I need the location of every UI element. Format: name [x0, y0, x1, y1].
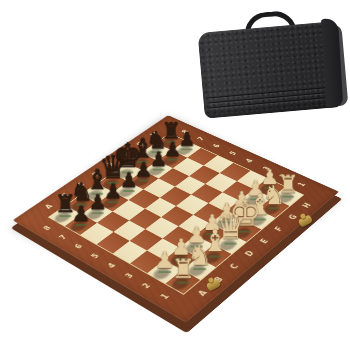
chess-board: AA88BB77CC66DD55EE44FF33GG22HH11 ♜♞♝♛♚♝♞… — [13, 115, 340, 323]
board-scene: AA88BB77CC66DD55EE44FF33GG22HH11 ♜♞♝♛♚♝♞… — [0, 0, 350, 350]
rank-label-left: 7 — [58, 234, 68, 241]
rank-label-right: 6 — [212, 143, 222, 148]
rank-label-right: 4 — [244, 158, 254, 164]
rank-label-left: 3 — [123, 272, 134, 279]
file-label-bottom: D — [243, 250, 255, 258]
rank-label-left: 2 — [141, 282, 152, 289]
rank-label-left: 4 — [106, 262, 117, 269]
rank-label-right: 5 — [228, 151, 238, 156]
rank-label-left: 5 — [90, 252, 101, 259]
piece-white-rook: ♜ — [166, 256, 201, 282]
file-label-bottom: E — [259, 238, 270, 245]
piece-black-pawn: ♟ — [65, 204, 97, 225]
file-label-bottom: G — [287, 214, 299, 221]
file-label-bottom: C — [228, 263, 240, 270]
file-label-bottom: F — [273, 226, 284, 233]
rank-label-left: 6 — [73, 243, 84, 250]
file-label-bottom: A — [197, 289, 209, 297]
product-photo: AA88BB77CC66DD55EE44FF33GG22HH11 ♜♞♝♛♚♝♞… — [0, 0, 350, 350]
file-label-bottom: H — [301, 202, 312, 209]
rank-label-left: 8 — [42, 225, 52, 231]
rank-label-left: 1 — [159, 293, 171, 301]
